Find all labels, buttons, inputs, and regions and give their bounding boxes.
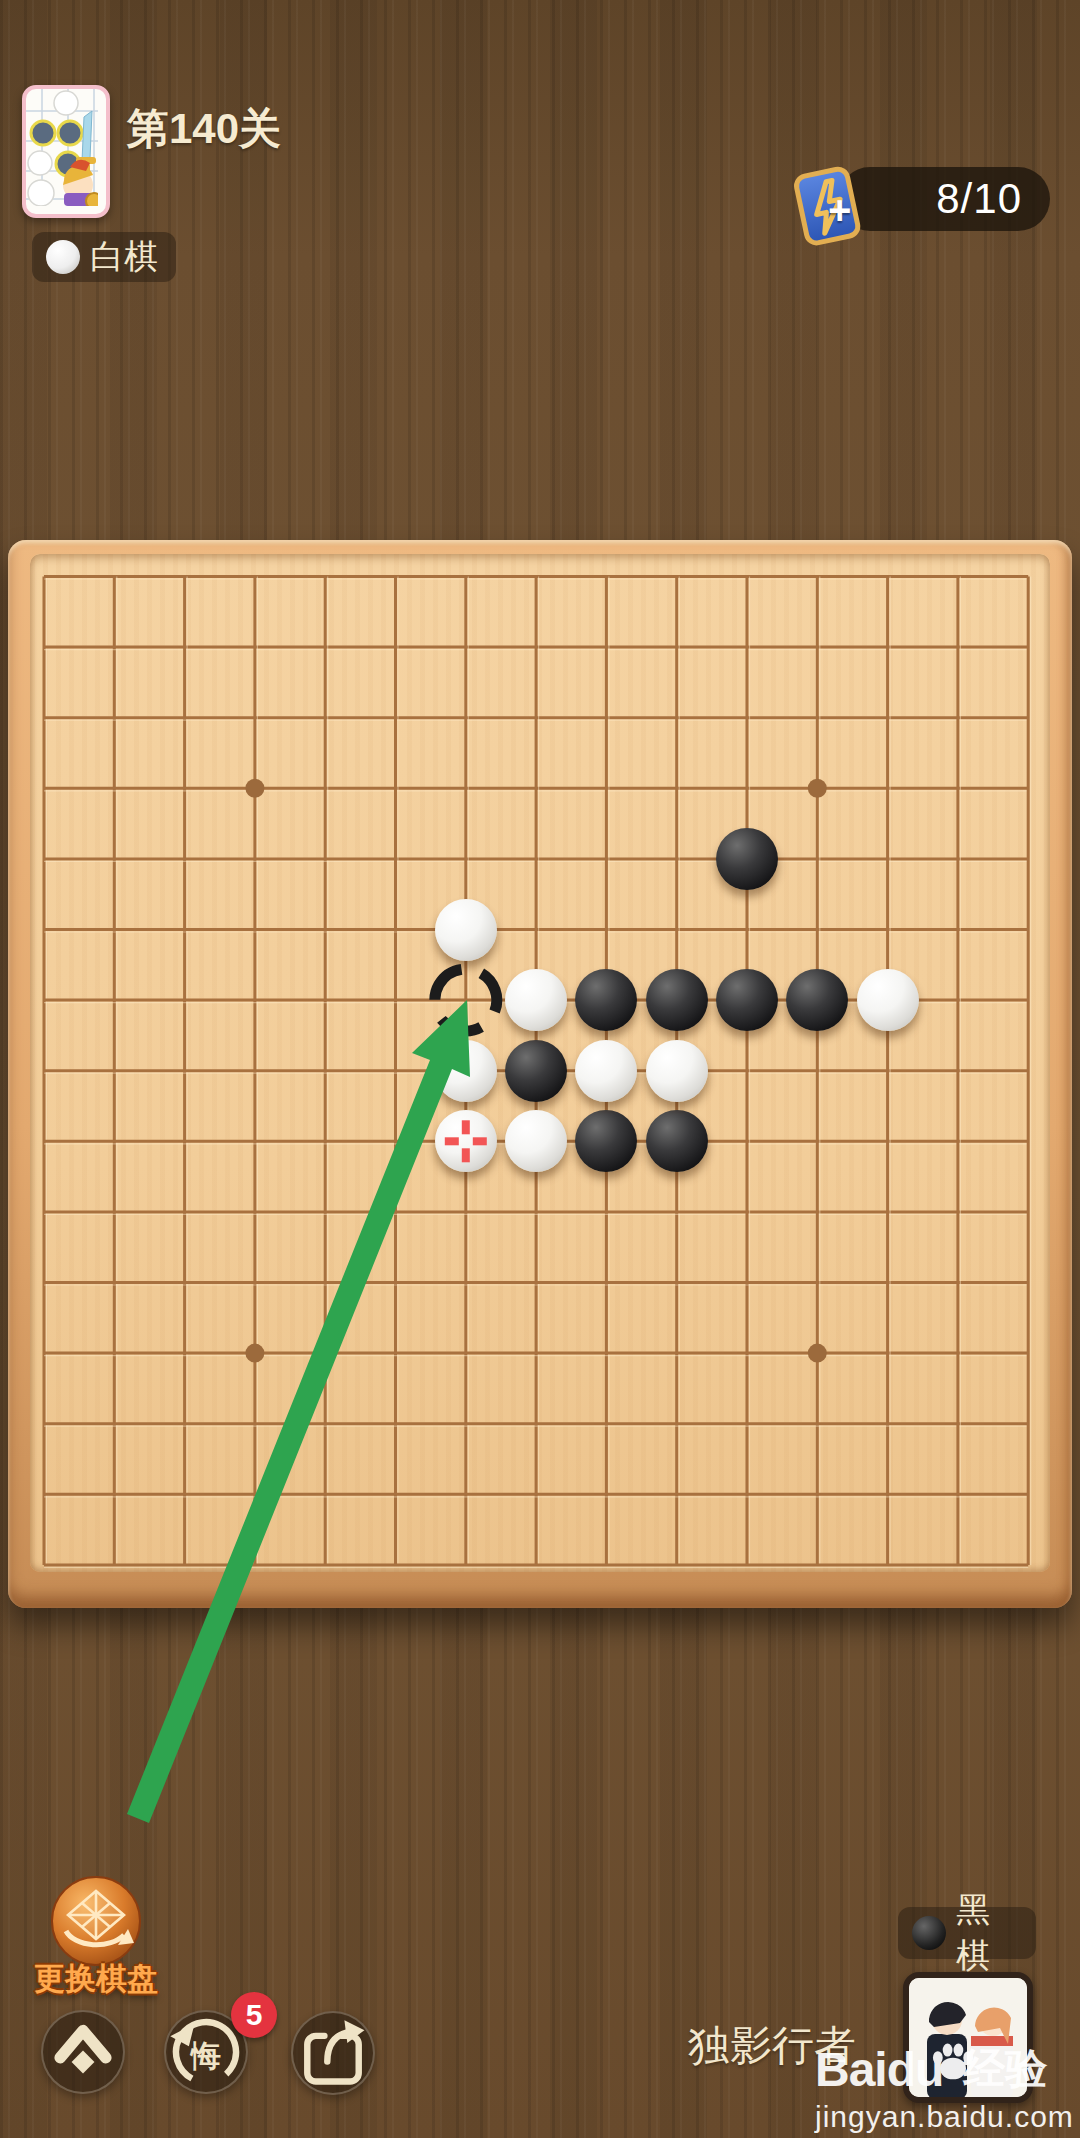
white-stone xyxy=(575,1040,637,1102)
watermark-suffix: 经验 xyxy=(963,2041,1047,2097)
watermark-url: jingyan.baidu.com xyxy=(815,2100,1074,2134)
white-stone xyxy=(435,1110,497,1172)
undo-count-badge: 5 xyxy=(231,1992,277,2038)
gomoku-board[interactable] xyxy=(8,540,1072,1608)
change-board-button[interactable] xyxy=(50,1875,142,1967)
energy-plus-sign: + xyxy=(828,188,851,233)
black-stone xyxy=(505,1040,567,1102)
white-stone xyxy=(435,1040,497,1102)
black-stone xyxy=(716,828,778,890)
black-stone xyxy=(716,969,778,1031)
share-button[interactable] xyxy=(291,2011,375,2095)
baidu-watermark: Baidu 经验 jingyan.baidu.com xyxy=(815,2036,1074,2134)
player-side-label: 白棋 xyxy=(90,234,158,280)
opponent-side-label: 黑棋 xyxy=(956,1887,1022,1979)
app-icon-art xyxy=(26,89,98,206)
app-icon xyxy=(22,85,110,218)
opponent-side-indicator: 黑棋 xyxy=(898,1907,1036,1959)
white-stone xyxy=(857,969,919,1031)
energy-value: 8/10 xyxy=(936,175,1022,223)
black-stone-icon xyxy=(912,1916,946,1950)
watermark-brand: Baidu xyxy=(815,2042,943,2097)
chevron-up-icon xyxy=(43,2012,123,2092)
white-stone xyxy=(435,899,497,961)
level-title: 第140关 xyxy=(127,101,281,157)
white-stone xyxy=(646,1040,708,1102)
player-side-indicator: 白棋 xyxy=(32,232,176,282)
hide-controls-button[interactable] xyxy=(41,2010,125,2094)
gomoku-level-screen: { "game": "gomoku (five-in-a-row), 15x15… xyxy=(0,0,1080,2138)
undo-label: 悔 xyxy=(166,2036,246,2077)
black-stone xyxy=(646,969,708,1031)
share-icon xyxy=(293,2013,373,2093)
black-stone xyxy=(786,969,848,1031)
black-stone xyxy=(646,1110,708,1172)
white-stone xyxy=(505,1110,567,1172)
white-stone-icon xyxy=(46,240,80,274)
white-stone xyxy=(505,969,567,1031)
change-board-label: 更换棋盘 xyxy=(8,1958,184,2000)
